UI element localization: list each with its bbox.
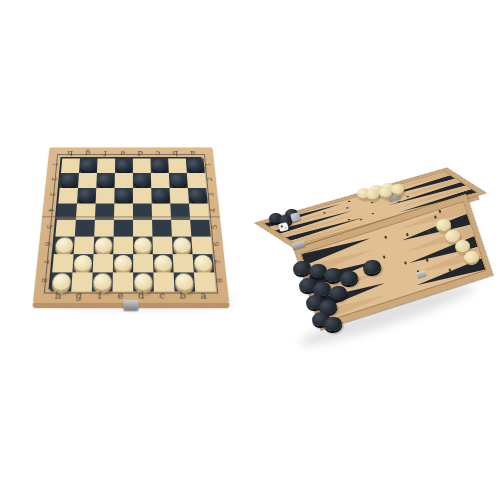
- coordinate-label: 4: [46, 208, 53, 212]
- square: [55, 220, 76, 237]
- square: [152, 220, 172, 237]
- peg-hole: [425, 258, 428, 262]
- square: [75, 220, 95, 237]
- peg-hole: [405, 196, 409, 198]
- square: [133, 220, 152, 237]
- square: [52, 254, 73, 272]
- square: [71, 272, 92, 291]
- square: [96, 173, 115, 188]
- square: [187, 173, 206, 188]
- square: [113, 237, 133, 255]
- coordinate-label: d: [138, 291, 144, 300]
- coordinate-label: b: [180, 291, 187, 300]
- peg-hole: [347, 201, 351, 203]
- peg-hole: [346, 219, 350, 221]
- square: [60, 173, 79, 188]
- peg-hole: [384, 235, 387, 239]
- coordinate-label: a: [200, 291, 207, 300]
- square: [193, 254, 215, 272]
- white-checker-piece: [55, 237, 74, 253]
- coordinate-label: 2: [206, 177, 213, 181]
- chess-checkers-board[interactable]: hgfedcbahgfedcba1234567812345678: [33, 147, 229, 302]
- square: [151, 173, 170, 188]
- square: [78, 173, 97, 188]
- square: [186, 158, 205, 172]
- white-checker-piece: [194, 255, 213, 271]
- white-checker-piece: [52, 273, 72, 290]
- coordinate-label: c: [155, 149, 160, 156]
- peg-hole: [427, 230, 430, 234]
- square: [113, 272, 134, 291]
- white-checker-piece: [93, 273, 112, 290]
- peg-hole: [403, 261, 406, 265]
- square: [171, 220, 191, 237]
- coordinate-label: e: [120, 149, 125, 156]
- black-checker-piece: [61, 174, 78, 187]
- square: [168, 158, 187, 172]
- square: [173, 254, 194, 272]
- coordinate-label: g: [84, 149, 90, 156]
- square: [114, 220, 133, 237]
- square: [133, 272, 154, 291]
- fold-seam: [42, 216, 220, 219]
- square: [170, 188, 189, 204]
- coordinate-label: 7: [214, 259, 222, 263]
- square: [113, 254, 133, 272]
- play-area: [48, 157, 213, 289]
- square: [153, 272, 174, 291]
- square: [152, 237, 172, 255]
- square: [133, 237, 153, 255]
- peg-hole: [405, 232, 408, 236]
- coordinate-label: 2: [49, 177, 56, 181]
- peg-hole: [345, 207, 349, 209]
- coordinate-label: 3: [208, 192, 215, 196]
- square: [190, 220, 211, 237]
- clasp-latch-icon: [123, 300, 139, 311]
- square: [93, 237, 113, 255]
- square: [114, 188, 133, 204]
- square: [151, 188, 170, 204]
- coordinate-label: h: [67, 149, 73, 156]
- square: [92, 272, 113, 291]
- square: [172, 237, 193, 255]
- coordinate-label: d: [137, 149, 142, 156]
- white-checker-piece: [114, 255, 132, 271]
- coordinate-label: 4: [209, 208, 216, 212]
- product-collage: hgfedcbahgfedcba1234567812345678: [0, 0, 500, 500]
- coordinate-label: f: [103, 149, 106, 156]
- square: [194, 272, 216, 291]
- square: [169, 173, 188, 188]
- square: [153, 254, 174, 272]
- coordinate-label: 1: [205, 162, 212, 165]
- black-checker-piece: [170, 174, 187, 187]
- black-checker-piece: [187, 159, 204, 172]
- coordinate-label: 6: [212, 241, 220, 245]
- black-checker-piece: [134, 174, 150, 187]
- square: [72, 254, 93, 272]
- square: [94, 220, 114, 237]
- peg-hole: [370, 202, 374, 204]
- black-checker-piece: [151, 159, 167, 172]
- square: [61, 158, 80, 172]
- white-checker-piece: [175, 273, 194, 290]
- square: [133, 173, 151, 188]
- square: [115, 158, 133, 172]
- square: [79, 158, 98, 172]
- white-checker-piece: [134, 237, 152, 253]
- black-checker-piece: [152, 189, 169, 203]
- coordinate-label: 5: [211, 224, 218, 228]
- white-checker-piece: [74, 255, 93, 271]
- square: [115, 173, 133, 188]
- black-checker-piece: [115, 189, 132, 203]
- white-checker-piece: [173, 237, 191, 253]
- square: [174, 272, 196, 291]
- coordinate-label: h: [55, 291, 62, 300]
- black-checker-piece: [97, 174, 114, 187]
- coordinate-label: c: [159, 291, 165, 300]
- square: [96, 188, 115, 204]
- coordinate-label: g: [76, 291, 83, 300]
- square: [151, 158, 169, 172]
- white-checker-piece: [95, 237, 113, 253]
- white-checker-piece: [154, 255, 173, 271]
- black-checker-piece: [80, 159, 97, 172]
- coordinate-label: 7: [40, 259, 48, 263]
- square: [133, 254, 153, 272]
- peg-hole: [448, 268, 451, 272]
- coordinate-label: 6: [42, 241, 50, 245]
- black-checker-piece: [116, 159, 132, 172]
- coordinate-label: a: [190, 149, 195, 156]
- black-checker-piece: [78, 189, 95, 203]
- coordinate-label: 1: [50, 162, 57, 165]
- peg-hole: [370, 213, 374, 215]
- coordinate-label: f: [98, 291, 102, 300]
- die-pip: [285, 227, 287, 229]
- die-pip: [281, 226, 283, 228]
- coordinate-label: 8: [38, 278, 46, 282]
- square: [74, 237, 95, 255]
- white-checker-piece: [134, 273, 153, 290]
- coordinate-label: e: [118, 291, 124, 300]
- square: [133, 188, 152, 204]
- black-checker-piece: [189, 189, 207, 203]
- square: [50, 272, 72, 291]
- square: [77, 188, 96, 204]
- coordinate-label: 3: [47, 192, 54, 196]
- square: [191, 237, 212, 255]
- coordinate-label: 8: [216, 278, 224, 282]
- coordinate-label: 5: [44, 224, 51, 228]
- peg-hole: [382, 255, 385, 259]
- coordinate-label: b: [172, 149, 178, 156]
- square: [97, 158, 115, 172]
- square: [188, 188, 208, 204]
- square: [133, 158, 151, 172]
- peg-hole: [358, 219, 362, 221]
- square: [54, 237, 75, 255]
- square: [58, 188, 78, 204]
- square: [93, 254, 114, 272]
